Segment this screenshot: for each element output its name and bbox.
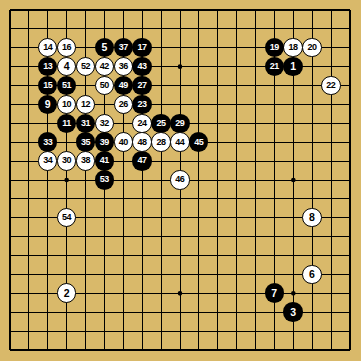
stone-black-move-21: 21 <box>265 57 284 76</box>
stone-black-move-29: 29 <box>170 114 189 133</box>
stone-black-move-11: 11 <box>57 114 76 133</box>
stone-white-move-16: 16 <box>57 38 76 57</box>
stone-white-move-34: 34 <box>38 151 57 170</box>
stone-white-move-40: 40 <box>114 132 133 151</box>
stone-black-move-27: 27 <box>132 76 151 95</box>
stone-black-move-35: 35 <box>76 132 95 151</box>
stone-black-move-49: 49 <box>114 76 133 95</box>
stone-black-move-43: 43 <box>132 57 151 76</box>
stone-black-move-45: 45 <box>189 132 208 151</box>
stone-white-move-4: 4 <box>57 57 76 76</box>
stone-black-move-15: 15 <box>38 76 57 95</box>
stone-white-move-48: 48 <box>132 132 151 151</box>
stone-white-move-8: 8 <box>302 208 321 227</box>
stone-white-move-38: 38 <box>76 151 95 170</box>
stone-white-move-22: 22 <box>321 76 340 95</box>
stone-white-move-32: 32 <box>95 114 114 133</box>
stones-layer: 1234567891011121314151617181920212223242… <box>1 1 360 360</box>
stone-black-move-17: 17 <box>132 38 151 57</box>
stone-white-move-24: 24 <box>132 114 151 133</box>
stone-black-move-41: 41 <box>95 151 114 170</box>
stone-white-move-52: 52 <box>76 57 95 76</box>
stone-black-move-23: 23 <box>132 95 151 114</box>
stone-black-move-1: 1 <box>283 57 302 76</box>
stone-black-move-3: 3 <box>283 302 302 321</box>
stone-black-move-53: 53 <box>95 170 114 189</box>
stone-black-move-47: 47 <box>132 151 151 170</box>
stone-white-move-18: 18 <box>283 38 302 57</box>
stone-white-move-14: 14 <box>38 38 57 57</box>
stone-white-move-46: 46 <box>170 170 189 189</box>
stone-white-move-28: 28 <box>151 132 170 151</box>
go-board[interactable]: 1234567891011121314151617181920212223242… <box>0 0 361 361</box>
stone-black-move-13: 13 <box>38 57 57 76</box>
stone-white-move-10: 10 <box>57 95 76 114</box>
stone-white-move-42: 42 <box>95 57 114 76</box>
stone-black-move-51: 51 <box>57 76 76 95</box>
stone-black-move-5: 5 <box>95 38 114 57</box>
stone-black-move-25: 25 <box>151 114 170 133</box>
stone-white-move-12: 12 <box>76 95 95 114</box>
stone-black-move-19: 19 <box>265 38 284 57</box>
stone-white-move-54: 54 <box>57 208 76 227</box>
stone-white-move-6: 6 <box>302 265 321 284</box>
stone-black-move-7: 7 <box>265 283 284 302</box>
stone-black-move-33: 33 <box>38 132 57 151</box>
stone-white-move-50: 50 <box>95 76 114 95</box>
stone-white-move-20: 20 <box>302 38 321 57</box>
stone-black-move-37: 37 <box>114 38 133 57</box>
stone-white-move-26: 26 <box>114 95 133 114</box>
stone-black-move-31: 31 <box>76 114 95 133</box>
stone-white-move-30: 30 <box>57 151 76 170</box>
stone-white-move-44: 44 <box>170 132 189 151</box>
stone-black-move-39: 39 <box>95 132 114 151</box>
stone-white-move-2: 2 <box>57 283 76 302</box>
stone-black-move-9: 9 <box>38 95 57 114</box>
stone-white-move-36: 36 <box>114 57 133 76</box>
